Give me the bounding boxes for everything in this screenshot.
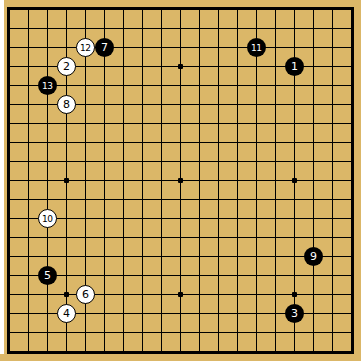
intersection-D16[interactable]: 2 bbox=[57, 57, 76, 76]
intersection-T10[interactable] bbox=[342, 171, 361, 190]
intersection-P5[interactable] bbox=[266, 266, 285, 285]
intersection-P4[interactable] bbox=[266, 285, 285, 304]
intersection-K17[interactable] bbox=[171, 38, 190, 57]
intersection-E8[interactable] bbox=[76, 209, 95, 228]
intersection-G8[interactable] bbox=[114, 209, 133, 228]
intersection-P1[interactable] bbox=[266, 342, 285, 361]
intersection-E16[interactable] bbox=[76, 57, 95, 76]
intersection-D3[interactable]: 4 bbox=[57, 304, 76, 323]
intersection-F10[interactable] bbox=[95, 171, 114, 190]
intersection-C3[interactable] bbox=[38, 304, 57, 323]
intersection-L6[interactable] bbox=[190, 247, 209, 266]
intersection-N5[interactable] bbox=[228, 266, 247, 285]
intersection-M13[interactable] bbox=[209, 114, 228, 133]
intersection-E15[interactable] bbox=[76, 76, 95, 95]
intersection-L3[interactable] bbox=[190, 304, 209, 323]
intersection-K9[interactable] bbox=[171, 190, 190, 209]
intersection-E5[interactable] bbox=[76, 266, 95, 285]
intersection-O4[interactable] bbox=[247, 285, 266, 304]
intersection-K18[interactable] bbox=[171, 19, 190, 38]
intersection-D6[interactable] bbox=[57, 247, 76, 266]
intersection-N19[interactable] bbox=[228, 0, 247, 19]
intersection-D5[interactable] bbox=[57, 266, 76, 285]
intersection-D8[interactable] bbox=[57, 209, 76, 228]
intersection-P6[interactable] bbox=[266, 247, 285, 266]
intersection-L13[interactable] bbox=[190, 114, 209, 133]
intersection-Q2[interactable] bbox=[285, 323, 304, 342]
intersection-S8[interactable] bbox=[323, 209, 342, 228]
intersection-E1[interactable] bbox=[76, 342, 95, 361]
intersection-K6[interactable] bbox=[171, 247, 190, 266]
intersection-S19[interactable] bbox=[323, 0, 342, 19]
intersection-G16[interactable] bbox=[114, 57, 133, 76]
intersection-L7[interactable] bbox=[190, 228, 209, 247]
intersection-R13[interactable] bbox=[304, 114, 323, 133]
intersection-H4[interactable] bbox=[133, 285, 152, 304]
intersection-D9[interactable] bbox=[57, 190, 76, 209]
intersection-Q10[interactable] bbox=[285, 171, 304, 190]
intersection-T4[interactable] bbox=[342, 285, 361, 304]
intersection-N3[interactable] bbox=[228, 304, 247, 323]
intersection-C14[interactable] bbox=[38, 95, 57, 114]
intersection-D2[interactable] bbox=[57, 323, 76, 342]
intersection-K12[interactable] bbox=[171, 133, 190, 152]
intersection-G7[interactable] bbox=[114, 228, 133, 247]
intersection-K19[interactable] bbox=[171, 0, 190, 19]
intersection-M11[interactable] bbox=[209, 152, 228, 171]
intersection-L4[interactable] bbox=[190, 285, 209, 304]
intersection-R3[interactable] bbox=[304, 304, 323, 323]
intersection-P10[interactable] bbox=[266, 171, 285, 190]
intersection-E12[interactable] bbox=[76, 133, 95, 152]
intersection-C7[interactable] bbox=[38, 228, 57, 247]
intersection-D4[interactable] bbox=[57, 285, 76, 304]
intersection-G5[interactable] bbox=[114, 266, 133, 285]
intersection-P9[interactable] bbox=[266, 190, 285, 209]
intersection-P18[interactable] bbox=[266, 19, 285, 38]
intersection-F15[interactable] bbox=[95, 76, 114, 95]
intersection-C17[interactable] bbox=[38, 38, 57, 57]
intersection-T13[interactable] bbox=[342, 114, 361, 133]
intersection-J3[interactable] bbox=[152, 304, 171, 323]
intersection-T15[interactable] bbox=[342, 76, 361, 95]
intersection-B11[interactable] bbox=[19, 152, 38, 171]
intersection-D12[interactable] bbox=[57, 133, 76, 152]
intersection-J5[interactable] bbox=[152, 266, 171, 285]
intersection-J16[interactable] bbox=[152, 57, 171, 76]
intersection-J13[interactable] bbox=[152, 114, 171, 133]
intersection-H3[interactable] bbox=[133, 304, 152, 323]
intersection-N11[interactable] bbox=[228, 152, 247, 171]
intersection-R6[interactable]: 9 bbox=[304, 247, 323, 266]
intersection-M1[interactable] bbox=[209, 342, 228, 361]
intersection-O2[interactable] bbox=[247, 323, 266, 342]
intersection-H14[interactable] bbox=[133, 95, 152, 114]
intersection-R17[interactable] bbox=[304, 38, 323, 57]
intersection-H18[interactable] bbox=[133, 19, 152, 38]
intersection-G17[interactable] bbox=[114, 38, 133, 57]
intersection-P13[interactable] bbox=[266, 114, 285, 133]
intersection-D1[interactable] bbox=[57, 342, 76, 361]
intersection-C11[interactable] bbox=[38, 152, 57, 171]
intersection-N8[interactable] bbox=[228, 209, 247, 228]
intersection-F6[interactable] bbox=[95, 247, 114, 266]
intersection-L2[interactable] bbox=[190, 323, 209, 342]
intersection-G9[interactable] bbox=[114, 190, 133, 209]
intersection-N9[interactable] bbox=[228, 190, 247, 209]
intersection-D17[interactable] bbox=[57, 38, 76, 57]
intersection-M14[interactable] bbox=[209, 95, 228, 114]
intersection-F9[interactable] bbox=[95, 190, 114, 209]
intersection-K14[interactable] bbox=[171, 95, 190, 114]
intersection-Q4[interactable] bbox=[285, 285, 304, 304]
intersection-B9[interactable] bbox=[19, 190, 38, 209]
intersection-C8[interactable]: 10 bbox=[38, 209, 57, 228]
intersection-S10[interactable] bbox=[323, 171, 342, 190]
intersection-Q14[interactable] bbox=[285, 95, 304, 114]
intersection-K13[interactable] bbox=[171, 114, 190, 133]
intersection-R14[interactable] bbox=[304, 95, 323, 114]
intersection-M16[interactable] bbox=[209, 57, 228, 76]
intersection-F7[interactable] bbox=[95, 228, 114, 247]
intersection-P8[interactable] bbox=[266, 209, 285, 228]
intersection-D14[interactable]: 8 bbox=[57, 95, 76, 114]
intersection-M7[interactable] bbox=[209, 228, 228, 247]
intersection-H1[interactable] bbox=[133, 342, 152, 361]
intersection-J18[interactable] bbox=[152, 19, 171, 38]
intersection-R19[interactable] bbox=[304, 0, 323, 19]
intersection-R1[interactable] bbox=[304, 342, 323, 361]
intersection-B15[interactable] bbox=[19, 76, 38, 95]
intersection-O1[interactable] bbox=[247, 342, 266, 361]
intersection-M12[interactable] bbox=[209, 133, 228, 152]
intersection-H17[interactable] bbox=[133, 38, 152, 57]
intersection-N15[interactable] bbox=[228, 76, 247, 95]
intersection-H7[interactable] bbox=[133, 228, 152, 247]
intersection-T3[interactable] bbox=[342, 304, 361, 323]
intersection-D11[interactable] bbox=[57, 152, 76, 171]
intersection-Q11[interactable] bbox=[285, 152, 304, 171]
intersection-K7[interactable] bbox=[171, 228, 190, 247]
intersection-P15[interactable] bbox=[266, 76, 285, 95]
intersection-H5[interactable] bbox=[133, 266, 152, 285]
intersection-S6[interactable] bbox=[323, 247, 342, 266]
intersection-M6[interactable] bbox=[209, 247, 228, 266]
intersection-F11[interactable] bbox=[95, 152, 114, 171]
intersection-E6[interactable] bbox=[76, 247, 95, 266]
intersection-Q1[interactable] bbox=[285, 342, 304, 361]
intersection-E2[interactable] bbox=[76, 323, 95, 342]
intersection-G6[interactable] bbox=[114, 247, 133, 266]
intersection-E19[interactable] bbox=[76, 0, 95, 19]
intersection-F2[interactable] bbox=[95, 323, 114, 342]
intersection-S15[interactable] bbox=[323, 76, 342, 95]
intersection-S4[interactable] bbox=[323, 285, 342, 304]
intersection-E4[interactable]: 6 bbox=[76, 285, 95, 304]
intersection-B12[interactable] bbox=[19, 133, 38, 152]
intersection-H16[interactable] bbox=[133, 57, 152, 76]
intersection-L8[interactable] bbox=[190, 209, 209, 228]
intersection-N1[interactable] bbox=[228, 342, 247, 361]
intersection-C12[interactable] bbox=[38, 133, 57, 152]
intersection-F16[interactable] bbox=[95, 57, 114, 76]
intersection-S17[interactable] bbox=[323, 38, 342, 57]
intersection-O14[interactable] bbox=[247, 95, 266, 114]
intersection-B6[interactable] bbox=[19, 247, 38, 266]
intersection-L12[interactable] bbox=[190, 133, 209, 152]
intersection-S3[interactable] bbox=[323, 304, 342, 323]
intersection-S9[interactable] bbox=[323, 190, 342, 209]
intersection-L9[interactable] bbox=[190, 190, 209, 209]
intersection-R11[interactable] bbox=[304, 152, 323, 171]
intersection-L14[interactable] bbox=[190, 95, 209, 114]
intersection-S2[interactable] bbox=[323, 323, 342, 342]
intersection-L10[interactable] bbox=[190, 171, 209, 190]
intersection-E3[interactable] bbox=[76, 304, 95, 323]
intersection-K8[interactable] bbox=[171, 209, 190, 228]
intersection-B14[interactable] bbox=[19, 95, 38, 114]
intersection-B13[interactable] bbox=[19, 114, 38, 133]
intersection-S16[interactable] bbox=[323, 57, 342, 76]
intersection-E7[interactable] bbox=[76, 228, 95, 247]
intersection-Q19[interactable] bbox=[285, 0, 304, 19]
intersection-O7[interactable] bbox=[247, 228, 266, 247]
intersection-D19[interactable] bbox=[57, 0, 76, 19]
intersection-P2[interactable] bbox=[266, 323, 285, 342]
intersection-O13[interactable] bbox=[247, 114, 266, 133]
intersection-F3[interactable] bbox=[95, 304, 114, 323]
intersection-L17[interactable] bbox=[190, 38, 209, 57]
intersection-E13[interactable] bbox=[76, 114, 95, 133]
intersection-J7[interactable] bbox=[152, 228, 171, 247]
intersection-B19[interactable] bbox=[19, 0, 38, 19]
intersection-B3[interactable] bbox=[19, 304, 38, 323]
intersection-Q9[interactable] bbox=[285, 190, 304, 209]
intersection-B17[interactable] bbox=[19, 38, 38, 57]
intersection-T18[interactable] bbox=[342, 19, 361, 38]
intersection-H15[interactable] bbox=[133, 76, 152, 95]
intersection-B7[interactable] bbox=[19, 228, 38, 247]
intersection-K4[interactable] bbox=[171, 285, 190, 304]
intersection-C15[interactable]: 13 bbox=[38, 76, 57, 95]
intersection-M19[interactable] bbox=[209, 0, 228, 19]
intersection-G1[interactable] bbox=[114, 342, 133, 361]
intersection-N16[interactable] bbox=[228, 57, 247, 76]
intersection-H8[interactable] bbox=[133, 209, 152, 228]
intersection-O16[interactable] bbox=[247, 57, 266, 76]
intersection-N2[interactable] bbox=[228, 323, 247, 342]
intersection-B5[interactable] bbox=[19, 266, 38, 285]
intersection-F12[interactable] bbox=[95, 133, 114, 152]
intersection-F17[interactable]: 7 bbox=[95, 38, 114, 57]
intersection-F13[interactable] bbox=[95, 114, 114, 133]
intersection-F14[interactable] bbox=[95, 95, 114, 114]
intersection-S13[interactable] bbox=[323, 114, 342, 133]
intersection-Q13[interactable] bbox=[285, 114, 304, 133]
intersection-G15[interactable] bbox=[114, 76, 133, 95]
intersection-N7[interactable] bbox=[228, 228, 247, 247]
intersection-G4[interactable] bbox=[114, 285, 133, 304]
intersection-G11[interactable] bbox=[114, 152, 133, 171]
intersection-G12[interactable] bbox=[114, 133, 133, 152]
intersection-D10[interactable] bbox=[57, 171, 76, 190]
intersection-K16[interactable] bbox=[171, 57, 190, 76]
intersection-P14[interactable] bbox=[266, 95, 285, 114]
intersection-S18[interactable] bbox=[323, 19, 342, 38]
intersection-Q16[interactable]: 1 bbox=[285, 57, 304, 76]
intersection-O18[interactable] bbox=[247, 19, 266, 38]
intersection-B10[interactable] bbox=[19, 171, 38, 190]
intersection-D13[interactable] bbox=[57, 114, 76, 133]
intersection-P7[interactable] bbox=[266, 228, 285, 247]
intersection-C18[interactable] bbox=[38, 19, 57, 38]
intersection-O15[interactable] bbox=[247, 76, 266, 95]
intersection-T9[interactable] bbox=[342, 190, 361, 209]
intersection-J10[interactable] bbox=[152, 171, 171, 190]
intersection-K11[interactable] bbox=[171, 152, 190, 171]
intersection-O5[interactable] bbox=[247, 266, 266, 285]
intersection-L16[interactable] bbox=[190, 57, 209, 76]
intersection-S5[interactable] bbox=[323, 266, 342, 285]
intersection-H11[interactable] bbox=[133, 152, 152, 171]
intersection-G10[interactable] bbox=[114, 171, 133, 190]
intersection-R2[interactable] bbox=[304, 323, 323, 342]
intersection-C6[interactable] bbox=[38, 247, 57, 266]
intersection-M5[interactable] bbox=[209, 266, 228, 285]
intersection-J2[interactable] bbox=[152, 323, 171, 342]
intersection-B2[interactable] bbox=[19, 323, 38, 342]
intersection-J9[interactable] bbox=[152, 190, 171, 209]
intersection-C13[interactable] bbox=[38, 114, 57, 133]
intersection-G3[interactable] bbox=[114, 304, 133, 323]
intersection-L5[interactable] bbox=[190, 266, 209, 285]
intersection-G19[interactable] bbox=[114, 0, 133, 19]
intersection-H12[interactable] bbox=[133, 133, 152, 152]
intersection-R8[interactable] bbox=[304, 209, 323, 228]
intersection-H10[interactable] bbox=[133, 171, 152, 190]
intersection-F5[interactable] bbox=[95, 266, 114, 285]
intersection-T6[interactable] bbox=[342, 247, 361, 266]
intersection-N4[interactable] bbox=[228, 285, 247, 304]
intersection-M8[interactable] bbox=[209, 209, 228, 228]
intersection-O8[interactable] bbox=[247, 209, 266, 228]
intersection-T16[interactable] bbox=[342, 57, 361, 76]
intersection-E11[interactable] bbox=[76, 152, 95, 171]
intersection-O9[interactable] bbox=[247, 190, 266, 209]
intersection-K3[interactable] bbox=[171, 304, 190, 323]
intersection-M4[interactable] bbox=[209, 285, 228, 304]
intersection-F8[interactable] bbox=[95, 209, 114, 228]
intersection-K2[interactable] bbox=[171, 323, 190, 342]
intersection-L1[interactable] bbox=[190, 342, 209, 361]
intersection-G13[interactable] bbox=[114, 114, 133, 133]
intersection-M18[interactable] bbox=[209, 19, 228, 38]
intersection-M10[interactable] bbox=[209, 171, 228, 190]
intersection-N12[interactable] bbox=[228, 133, 247, 152]
intersection-D18[interactable] bbox=[57, 19, 76, 38]
intersection-T19[interactable] bbox=[342, 0, 361, 19]
intersection-D15[interactable] bbox=[57, 76, 76, 95]
intersection-C5[interactable]: 5 bbox=[38, 266, 57, 285]
intersection-K10[interactable] bbox=[171, 171, 190, 190]
intersection-J1[interactable] bbox=[152, 342, 171, 361]
intersection-T12[interactable] bbox=[342, 133, 361, 152]
intersection-R5[interactable] bbox=[304, 266, 323, 285]
intersection-O6[interactable] bbox=[247, 247, 266, 266]
intersection-K1[interactable] bbox=[171, 342, 190, 361]
intersection-R9[interactable] bbox=[304, 190, 323, 209]
intersection-O11[interactable] bbox=[247, 152, 266, 171]
intersection-N13[interactable] bbox=[228, 114, 247, 133]
intersection-R7[interactable] bbox=[304, 228, 323, 247]
intersection-P19[interactable] bbox=[266, 0, 285, 19]
intersection-N14[interactable] bbox=[228, 95, 247, 114]
intersection-B8[interactable] bbox=[19, 209, 38, 228]
intersection-J4[interactable] bbox=[152, 285, 171, 304]
intersection-R4[interactable] bbox=[304, 285, 323, 304]
intersection-C2[interactable] bbox=[38, 323, 57, 342]
intersection-R15[interactable] bbox=[304, 76, 323, 95]
intersection-O17[interactable]: 11 bbox=[247, 38, 266, 57]
intersection-F19[interactable] bbox=[95, 0, 114, 19]
intersection-J6[interactable] bbox=[152, 247, 171, 266]
intersection-T2[interactable] bbox=[342, 323, 361, 342]
intersection-N10[interactable] bbox=[228, 171, 247, 190]
intersection-K15[interactable] bbox=[171, 76, 190, 95]
intersection-L18[interactable] bbox=[190, 19, 209, 38]
intersection-N18[interactable] bbox=[228, 19, 247, 38]
intersection-Q17[interactable] bbox=[285, 38, 304, 57]
intersection-J17[interactable] bbox=[152, 38, 171, 57]
intersection-P11[interactable] bbox=[266, 152, 285, 171]
intersection-B1[interactable] bbox=[19, 342, 38, 361]
intersection-M15[interactable] bbox=[209, 76, 228, 95]
intersection-C1[interactable] bbox=[38, 342, 57, 361]
intersection-R12[interactable] bbox=[304, 133, 323, 152]
intersection-O19[interactable] bbox=[247, 0, 266, 19]
intersection-Q8[interactable] bbox=[285, 209, 304, 228]
intersection-R16[interactable] bbox=[304, 57, 323, 76]
intersection-T7[interactable] bbox=[342, 228, 361, 247]
intersection-L11[interactable] bbox=[190, 152, 209, 171]
intersection-P3[interactable] bbox=[266, 304, 285, 323]
intersection-C4[interactable] bbox=[38, 285, 57, 304]
intersection-S1[interactable] bbox=[323, 342, 342, 361]
intersection-E14[interactable] bbox=[76, 95, 95, 114]
intersection-L15[interactable] bbox=[190, 76, 209, 95]
intersection-R18[interactable] bbox=[304, 19, 323, 38]
intersection-H13[interactable] bbox=[133, 114, 152, 133]
intersection-P17[interactable] bbox=[266, 38, 285, 57]
intersection-E10[interactable] bbox=[76, 171, 95, 190]
intersection-E9[interactable] bbox=[76, 190, 95, 209]
intersection-T5[interactable] bbox=[342, 266, 361, 285]
intersection-P12[interactable] bbox=[266, 133, 285, 152]
intersection-Q18[interactable] bbox=[285, 19, 304, 38]
intersection-S11[interactable] bbox=[323, 152, 342, 171]
intersection-H6[interactable] bbox=[133, 247, 152, 266]
intersection-C16[interactable] bbox=[38, 57, 57, 76]
intersection-J12[interactable] bbox=[152, 133, 171, 152]
intersection-Q12[interactable] bbox=[285, 133, 304, 152]
intersection-T1[interactable] bbox=[342, 342, 361, 361]
intersection-Q15[interactable] bbox=[285, 76, 304, 95]
intersection-O3[interactable] bbox=[247, 304, 266, 323]
intersection-T8[interactable] bbox=[342, 209, 361, 228]
intersection-Q5[interactable] bbox=[285, 266, 304, 285]
intersection-J19[interactable] bbox=[152, 0, 171, 19]
intersection-T11[interactable] bbox=[342, 152, 361, 171]
